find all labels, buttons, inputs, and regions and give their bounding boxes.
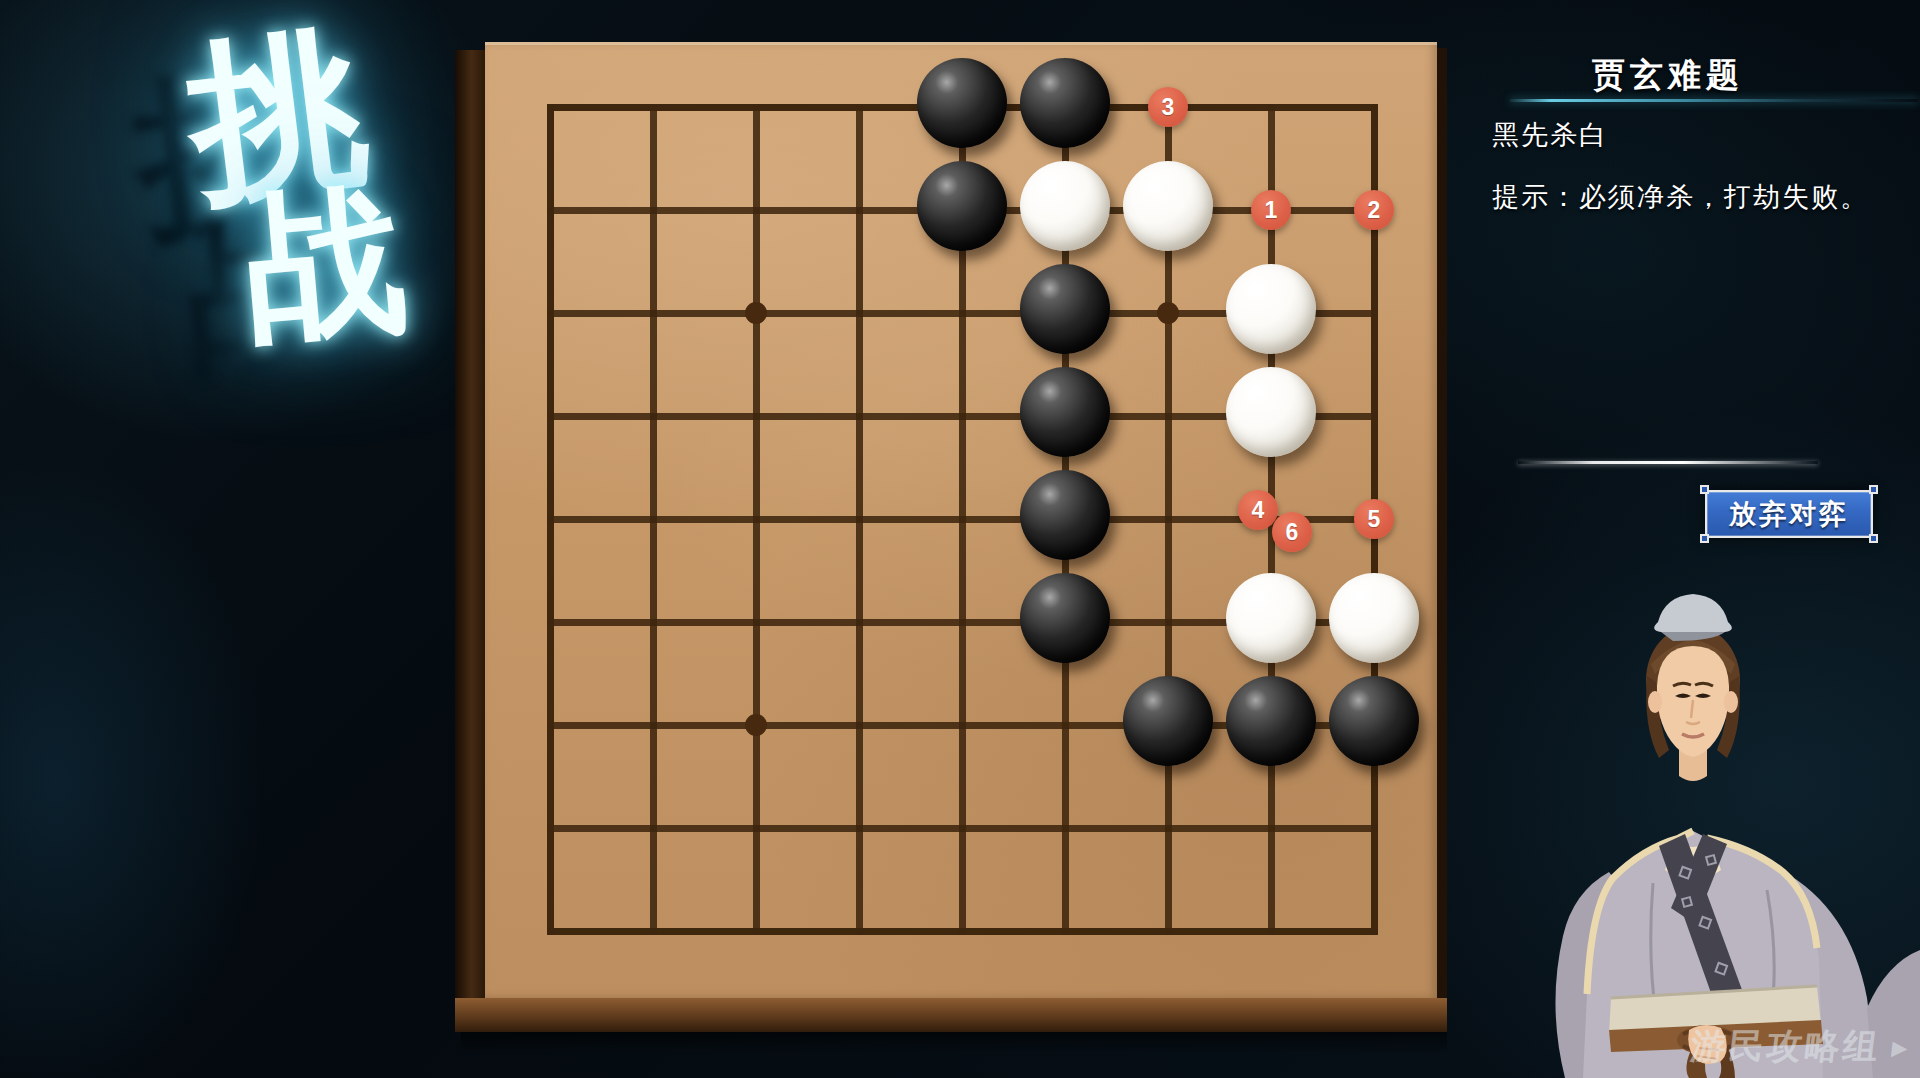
go-board[interactable]: 123456 <box>455 42 1447 1042</box>
stone-white <box>1226 367 1316 457</box>
board-left-edge <box>455 50 485 1000</box>
calligraphy-char-zhan: 战 <box>236 151 414 380</box>
stone-black <box>1329 676 1419 766</box>
stone-white <box>1020 161 1110 251</box>
move-marker-4: 4 <box>1238 490 1278 530</box>
challenge-calligraphy: 挑 战 <box>55 0 385 380</box>
stone-black <box>1226 676 1316 766</box>
stone-black <box>1020 470 1110 560</box>
stone-black <box>1020 58 1110 148</box>
stone-black <box>1123 676 1213 766</box>
board-front-edge <box>455 998 1447 1032</box>
star-point <box>745 302 767 324</box>
star-point <box>745 714 767 736</box>
move-marker-3: 3 <box>1148 87 1188 127</box>
button-corner-ornament <box>1700 534 1709 543</box>
game-screen: 挑 战 123456 贾玄难题 黑先杀白 提示：必须净杀，打劫失败。 放弃对弈 <box>0 0 1920 1078</box>
stone-black <box>917 58 1007 148</box>
panel-divider <box>1518 461 1818 464</box>
button-corner-ornament <box>1869 534 1878 543</box>
watermark-text: 游民攻略组 <box>1688 1023 1884 1070</box>
calligraphy-char-tiao: 挑 <box>176 0 379 245</box>
watermark-arrow-icon: ► <box>1885 1033 1918 1064</box>
give-up-button[interactable]: 放弃对弈 <box>1705 490 1873 538</box>
puzzle-hint: 提示：必须净杀，打劫失败。 <box>1492 179 1869 215</box>
star-point <box>1157 302 1179 324</box>
watermark-logo: 游民攻略组 ► <box>1688 1023 1919 1070</box>
board-right-edge <box>1437 48 1447 1000</box>
stone-white <box>1123 161 1213 251</box>
stone-black <box>1020 573 1110 663</box>
board-surface[interactable]: 123456 <box>485 42 1437 998</box>
title-underline <box>1510 99 1918 102</box>
puzzle-objective: 黑先杀白 <box>1492 117 1608 153</box>
stone-white <box>1226 573 1316 663</box>
character-portrait <box>1555 578 1920 1078</box>
move-marker-1: 1 <box>1251 190 1291 230</box>
board-shadow <box>461 1032 1447 1054</box>
stone-white <box>1329 573 1419 663</box>
stone-black <box>1020 264 1110 354</box>
move-marker-5: 5 <box>1354 499 1394 539</box>
give-up-button-label: 放弃对弈 <box>1729 496 1849 532</box>
button-corner-ornament <box>1700 485 1709 494</box>
move-marker-6: 6 <box>1272 512 1312 552</box>
button-corner-ornament <box>1869 485 1878 494</box>
move-marker-2: 2 <box>1354 190 1394 230</box>
stone-white <box>1226 264 1316 354</box>
stone-black <box>917 161 1007 251</box>
stone-black <box>1020 367 1110 457</box>
puzzle-title: 贾玄难题 <box>1512 53 1824 98</box>
